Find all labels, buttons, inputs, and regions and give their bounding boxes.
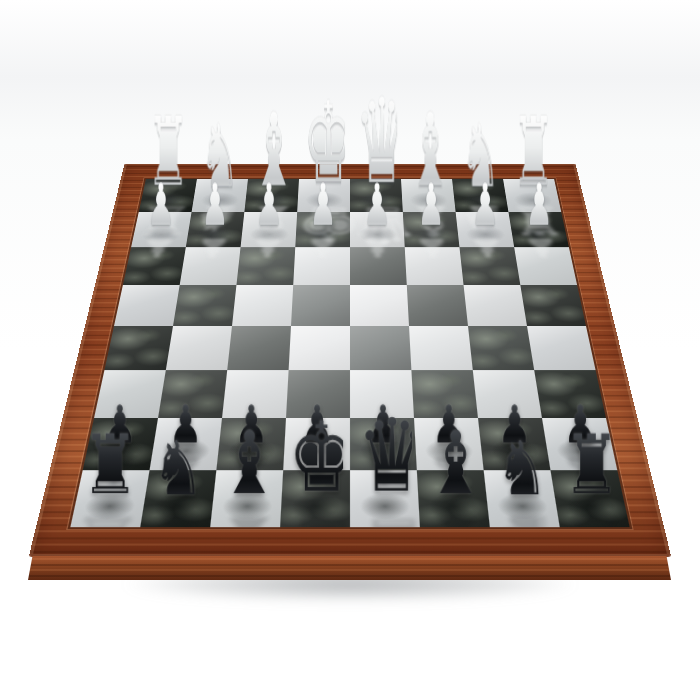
- piece-reflection: ♟: [512, 234, 572, 260]
- piece-reflection: ♟: [295, 234, 350, 260]
- chessboard-3d: ♜♞♝♚♛♝♞♜♟♟♟♟♟♟♟♟♟♟♟♟♟♟♟♟♜♞♝♚♛♝♞♜ ♜♞♝♚♛♝♞…: [85, 61, 615, 591]
- square-c4[interactable]: [407, 285, 468, 326]
- piece-black-bishop-f8[interactable]: ♝: [219, 420, 274, 507]
- square-b4[interactable]: [464, 285, 527, 326]
- piece-reflection: ♟: [184, 234, 242, 260]
- piece-black-rook-h8[interactable]: ♜: [82, 424, 137, 506]
- piece-reflection: ♟: [458, 234, 516, 260]
- square-h4[interactable]: [114, 285, 180, 326]
- piece-black-queen-d8[interactable]: ♛: [357, 405, 412, 506]
- square-e4[interactable]: [291, 285, 350, 326]
- piece-reflection: ♟: [404, 234, 461, 260]
- square-g4[interactable]: [173, 285, 236, 326]
- square-f4[interactable]: [232, 285, 293, 326]
- piece-reflection: ♟: [239, 234, 296, 260]
- piece-black-bishop-c8[interactable]: ♝: [426, 420, 481, 507]
- piece-black-king-e8[interactable]: ♚: [288, 410, 343, 506]
- piece-black-rook-a8[interactable]: ♜: [563, 424, 618, 506]
- chessboard-frame: ♜♞♝♚♛♝♞♜♟♟♟♟♟♟♟♟♟♟♟♟♟♟♟♟♜♞♝♚♛♝♞♜ ♜♞♝♚♛♝♞…: [29, 164, 672, 557]
- scene: ♜♞♝♚♛♝♞♜♟♟♟♟♟♟♟♟♟♟♟♟♟♟♟♟♜♞♝♚♛♝♞♜ ♜♞♝♚♛♝♞…: [0, 0, 700, 700]
- piece-black-knight-b8[interactable]: ♞: [494, 432, 549, 507]
- piece-reflection: ♟: [128, 234, 188, 260]
- piece-reflection: ♟: [350, 234, 405, 260]
- square-a4[interactable]: [520, 285, 586, 326]
- board-front-edge: [28, 556, 671, 580]
- piece-black-knight-g8[interactable]: ♞: [151, 432, 206, 507]
- square-d4[interactable]: [350, 285, 409, 326]
